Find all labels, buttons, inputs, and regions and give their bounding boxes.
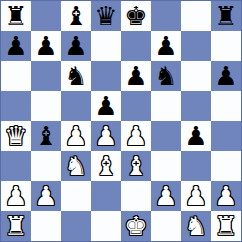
square-g2[interactable]: ♟ <box>181 181 211 211</box>
piece-white-pawn: ♟ <box>154 181 177 211</box>
square-g3[interactable] <box>181 151 211 181</box>
square-b4[interactable]: ♝ <box>31 121 61 151</box>
square-a3[interactable] <box>1 151 31 181</box>
piece-white-pawn: ♟ <box>64 121 87 151</box>
square-b5[interactable] <box>31 91 61 121</box>
square-f5[interactable] <box>151 91 181 121</box>
piece-black-knight: ♞ <box>154 61 177 91</box>
square-c1[interactable] <box>61 211 91 241</box>
piece-white-rook: ♜ <box>4 211 27 241</box>
square-h8[interactable]: ♜ <box>211 1 241 31</box>
piece-white-queen: ♛ <box>4 121 27 151</box>
square-c2[interactable] <box>61 181 91 211</box>
piece-black-bishop: ♝ <box>34 121 57 151</box>
piece-black-rook: ♜ <box>4 1 27 31</box>
square-h7[interactable] <box>211 31 241 61</box>
square-g7[interactable] <box>181 31 211 61</box>
square-d2[interactable] <box>91 181 121 211</box>
square-e6[interactable]: ♟ <box>121 61 151 91</box>
piece-white-pawn: ♟ <box>184 181 207 211</box>
square-g4[interactable]: ♟ <box>181 121 211 151</box>
square-c6[interactable]: ♞ <box>61 61 91 91</box>
square-a8[interactable]: ♜ <box>1 1 31 31</box>
square-b8[interactable] <box>31 1 61 31</box>
piece-black-queen: ♛ <box>94 1 117 31</box>
square-f3[interactable] <box>151 151 181 181</box>
square-h6[interactable]: ♟ <box>211 61 241 91</box>
square-d3[interactable]: ♝ <box>91 151 121 181</box>
square-c8[interactable]: ♝ <box>61 1 91 31</box>
piece-black-king: ♚ <box>124 1 147 31</box>
square-f2[interactable]: ♟ <box>151 181 181 211</box>
square-b7[interactable]: ♟ <box>31 31 61 61</box>
piece-white-pawn: ♟ <box>34 181 57 211</box>
piece-white-knight: ♞ <box>64 151 87 181</box>
square-h3[interactable] <box>211 151 241 181</box>
square-c3[interactable]: ♞ <box>61 151 91 181</box>
piece-black-bishop: ♝ <box>64 1 87 31</box>
square-f7[interactable]: ♟ <box>151 31 181 61</box>
piece-black-pawn: ♟ <box>124 61 147 91</box>
piece-white-pawn: ♟ <box>4 181 27 211</box>
square-h1[interactable]: ♜ <box>211 211 241 241</box>
square-e8[interactable]: ♚ <box>121 1 151 31</box>
square-g5[interactable] <box>181 91 211 121</box>
piece-black-pawn: ♟ <box>34 31 57 61</box>
square-d4[interactable]: ♟ <box>91 121 121 151</box>
square-f1[interactable] <box>151 211 181 241</box>
square-e3[interactable]: ♝ <box>121 151 151 181</box>
piece-white-pawn: ♟ <box>214 181 237 211</box>
square-f4[interactable] <box>151 121 181 151</box>
square-g6[interactable] <box>181 61 211 91</box>
square-d7[interactable] <box>91 31 121 61</box>
square-e1[interactable]: ♚ <box>121 211 151 241</box>
piece-white-bishop: ♝ <box>94 151 117 181</box>
piece-black-knight: ♞ <box>64 61 87 91</box>
square-e4[interactable]: ♟ <box>121 121 151 151</box>
square-g1[interactable]: ♞ <box>181 211 211 241</box>
piece-black-pawn: ♟ <box>94 91 117 121</box>
chessboard: ♜♝♛♚♜♟♟♟♟♞♟♞♟♟♛♝♟♟♟♟♞♝♝♟♟♟♟♟♜♚♞♜ <box>0 0 242 242</box>
square-h5[interactable] <box>211 91 241 121</box>
piece-white-king: ♚ <box>124 211 147 241</box>
piece-white-pawn: ♟ <box>124 121 147 151</box>
square-a4[interactable]: ♛ <box>1 121 31 151</box>
square-a2[interactable]: ♟ <box>1 181 31 211</box>
piece-black-pawn: ♟ <box>4 31 27 61</box>
square-d1[interactable] <box>91 211 121 241</box>
piece-white-knight: ♞ <box>184 211 207 241</box>
square-b1[interactable] <box>31 211 61 241</box>
square-a6[interactable] <box>1 61 31 91</box>
square-b3[interactable] <box>31 151 61 181</box>
piece-black-pawn: ♟ <box>64 31 87 61</box>
square-d6[interactable] <box>91 61 121 91</box>
square-h4[interactable] <box>211 121 241 151</box>
piece-black-rook: ♜ <box>214 1 237 31</box>
square-c7[interactable]: ♟ <box>61 31 91 61</box>
square-e2[interactable] <box>121 181 151 211</box>
square-a1[interactable]: ♜ <box>1 211 31 241</box>
square-a7[interactable]: ♟ <box>1 31 31 61</box>
square-d5[interactable]: ♟ <box>91 91 121 121</box>
piece-black-pawn: ♟ <box>184 121 207 151</box>
piece-black-pawn: ♟ <box>154 31 177 61</box>
square-c4[interactable]: ♟ <box>61 121 91 151</box>
piece-black-pawn: ♟ <box>214 61 237 91</box>
piece-white-bishop: ♝ <box>124 151 147 181</box>
square-e5[interactable] <box>121 91 151 121</box>
square-d8[interactable]: ♛ <box>91 1 121 31</box>
square-b6[interactable] <box>31 61 61 91</box>
piece-white-rook: ♜ <box>214 211 237 241</box>
square-g8[interactable] <box>181 1 211 31</box>
square-b2[interactable]: ♟ <box>31 181 61 211</box>
piece-white-pawn: ♟ <box>94 121 117 151</box>
board-wrapper: ♜♝♛♚♜♟♟♟♟♞♟♞♟♟♛♝♟♟♟♟♞♝♝♟♟♟♟♟♜♚♞♜ <box>0 0 242 242</box>
square-h2[interactable]: ♟ <box>211 181 241 211</box>
square-c5[interactable] <box>61 91 91 121</box>
square-a5[interactable] <box>1 91 31 121</box>
square-e7[interactable] <box>121 31 151 61</box>
square-f8[interactable] <box>151 1 181 31</box>
square-f6[interactable]: ♞ <box>151 61 181 91</box>
